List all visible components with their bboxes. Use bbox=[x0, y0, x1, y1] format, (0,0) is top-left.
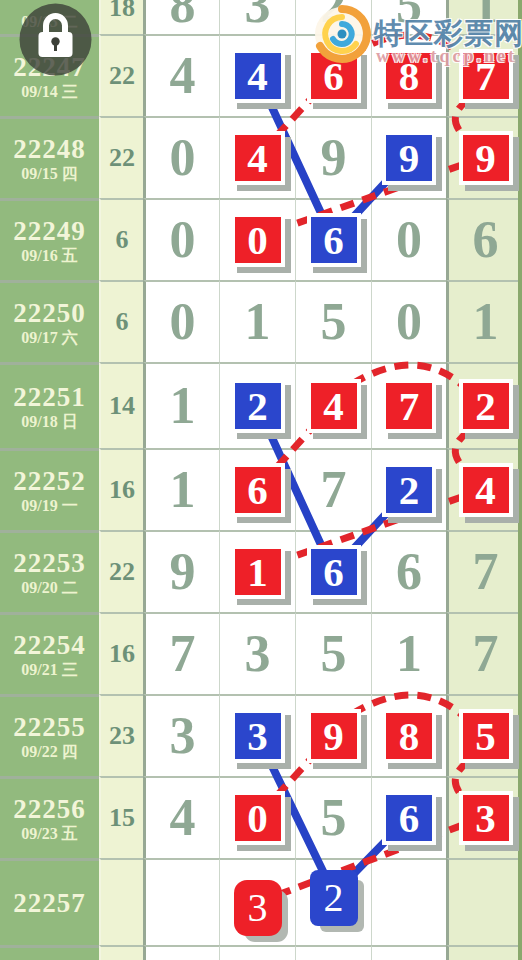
sum-cell: 22 bbox=[99, 34, 143, 116]
digit-cell bbox=[143, 945, 219, 960]
sum-cell: 6 bbox=[99, 198, 143, 280]
period-label: 22251 bbox=[13, 382, 86, 412]
last-col-digit-cell bbox=[446, 858, 522, 945]
digit-cell: 2 bbox=[371, 448, 446, 530]
digit-cell bbox=[371, 858, 446, 945]
last-col-digit-cell: 3 bbox=[446, 776, 522, 858]
blue-marked-digit: 6 bbox=[307, 213, 361, 267]
digit-cell bbox=[371, 945, 446, 960]
period-cell: 2225509/22 四 bbox=[0, 694, 99, 776]
digit-cell: 4 bbox=[295, 362, 371, 448]
period-cell: 2225209/19 一 bbox=[0, 448, 99, 530]
digit-cell: 0 bbox=[143, 280, 219, 362]
last-col-digit-cell: 6 bbox=[446, 198, 522, 280]
digit-cell: 6 bbox=[295, 34, 371, 116]
digit-cell: 0 bbox=[371, 280, 446, 362]
plain-digit: 7 bbox=[473, 626, 499, 682]
digit-cell: 0 bbox=[143, 116, 219, 198]
period-cell: 2225109/18 日 bbox=[0, 362, 99, 448]
digit-cell bbox=[219, 945, 295, 960]
sum-cell: 16 bbox=[99, 612, 143, 694]
red-marked-digit: 7 bbox=[459, 49, 513, 103]
date-label: 09/16 五 bbox=[21, 246, 77, 266]
sum-cell: 16 bbox=[99, 448, 143, 530]
red-marked-digit: 8 bbox=[382, 709, 436, 763]
digit-cell: 6 bbox=[295, 198, 371, 280]
digit-cell: 5 bbox=[371, 0, 446, 34]
right-edge-divider bbox=[518, 0, 522, 960]
plain-digit: 1 bbox=[170, 378, 196, 434]
plain-digit: 4 bbox=[170, 790, 196, 846]
digit-cell: 6 bbox=[371, 776, 446, 858]
blue-predicted-digit: 2 bbox=[310, 870, 358, 926]
plain-digit: 1 bbox=[396, 626, 422, 682]
digit-cell: 7 bbox=[371, 362, 446, 448]
digit-cell: 8 bbox=[371, 694, 446, 776]
sum-cell: 22 bbox=[99, 116, 143, 198]
blue-marked-digit: 9 bbox=[382, 131, 436, 185]
digit-cell: 1 bbox=[371, 612, 446, 694]
blue-marked-digit: 3 bbox=[231, 709, 285, 763]
digit-cell: 1 bbox=[219, 530, 295, 612]
plain-digit: 0 bbox=[396, 294, 422, 350]
red-marked-digit: 3 bbox=[459, 791, 513, 845]
trend-chart-board: 09/13 二18832512224709/14 三22446872224809… bbox=[0, 0, 522, 960]
period-label: 22250 bbox=[13, 298, 86, 328]
period-cell: 2225309/20 二 bbox=[0, 530, 99, 612]
digit-cell: 3 bbox=[219, 858, 295, 945]
last-col-digit-cell: 9 bbox=[446, 116, 522, 198]
plain-digit: 1 bbox=[170, 462, 196, 518]
last-col-digit-cell: 1 bbox=[446, 280, 522, 362]
plain-digit: 7 bbox=[170, 626, 196, 682]
plain-digit: 0 bbox=[170, 294, 196, 350]
plain-digit: 5 bbox=[321, 626, 347, 682]
plain-digit: 9 bbox=[321, 130, 347, 186]
period-label: 22256 bbox=[13, 794, 86, 824]
red-marked-digit: 0 bbox=[231, 213, 285, 267]
plain-digit: 5 bbox=[321, 790, 347, 846]
date-label: 09/19 一 bbox=[21, 496, 77, 516]
sum-cell bbox=[99, 858, 143, 945]
red-marked-digit: 4 bbox=[307, 379, 361, 433]
period-cell: 2225009/17 六 bbox=[0, 280, 99, 362]
plain-digit: 4 bbox=[170, 48, 196, 104]
sum-cell bbox=[99, 945, 143, 960]
last-col-digit-cell: 1 bbox=[446, 0, 522, 34]
blue-marked-digit: 6 bbox=[307, 545, 361, 599]
digit-cell: 4 bbox=[219, 34, 295, 116]
last-col-digit-cell: 2 bbox=[446, 362, 522, 448]
lock-icon bbox=[19, 3, 92, 76]
plain-digit: 7 bbox=[473, 544, 499, 600]
sum-value: 16 bbox=[109, 475, 135, 505]
digit-cell: 4 bbox=[219, 116, 295, 198]
red-marked-digit: 8 bbox=[382, 49, 436, 103]
sum-value: 22 bbox=[109, 143, 135, 173]
plain-digit: 1 bbox=[245, 294, 271, 350]
plain-digit: 5 bbox=[321, 294, 347, 350]
sum-cell: 14 bbox=[99, 362, 143, 448]
period-label: 22255 bbox=[13, 712, 86, 742]
digit-cell: 3 bbox=[143, 694, 219, 776]
sum-value: 14 bbox=[109, 391, 135, 421]
digit-cell: 4 bbox=[143, 776, 219, 858]
date-label: 09/22 四 bbox=[21, 742, 77, 762]
sum-value: 23 bbox=[109, 721, 135, 751]
last-col-digit-cell: 5 bbox=[446, 694, 522, 776]
plain-digit: 9 bbox=[170, 544, 196, 600]
sum-cell: 6 bbox=[99, 280, 143, 362]
digit-cell: 0 bbox=[371, 198, 446, 280]
digit-cell: 3 bbox=[219, 0, 295, 34]
digit-cell: 2 bbox=[219, 362, 295, 448]
digit-cell: 5 bbox=[295, 280, 371, 362]
period-label: 22253 bbox=[13, 548, 86, 578]
last-col-digit-cell bbox=[446, 945, 522, 960]
last-col-digit-cell: 7 bbox=[446, 34, 522, 116]
plain-digit: 6 bbox=[396, 544, 422, 600]
digit-cell: 0 bbox=[219, 198, 295, 280]
digit-cell: 2 bbox=[295, 858, 371, 945]
period-label: 22252 bbox=[13, 466, 86, 496]
date-label: 09/23 五 bbox=[21, 824, 77, 844]
period-cell bbox=[0, 945, 99, 960]
period-label: 22257 bbox=[13, 888, 86, 918]
blue-marked-digit: 2 bbox=[382, 463, 436, 517]
date-label: 09/15 四 bbox=[21, 164, 77, 184]
date-label: 09/17 六 bbox=[21, 328, 77, 348]
sum-value: 16 bbox=[109, 639, 135, 669]
digit-cell: 9 bbox=[371, 116, 446, 198]
digit-cell: 2 bbox=[295, 0, 371, 34]
red-marked-digit: 7 bbox=[382, 379, 436, 433]
red-marked-digit: 0 bbox=[231, 791, 285, 845]
digit-cell: 6 bbox=[295, 530, 371, 612]
digit-cell: 3 bbox=[219, 612, 295, 694]
plain-digit: 0 bbox=[170, 212, 196, 268]
period-cell: 2224809/15 四 bbox=[0, 116, 99, 198]
plain-digit: 3 bbox=[245, 0, 271, 33]
red-marked-digit: 1 bbox=[231, 545, 285, 599]
sum-value: 15 bbox=[109, 803, 135, 833]
red-marked-digit: 5 bbox=[459, 709, 513, 763]
plain-digit: 3 bbox=[245, 626, 271, 682]
last-col-digit-cell: 7 bbox=[446, 530, 522, 612]
digit-cell: 9 bbox=[295, 694, 371, 776]
date-label: 09/14 三 bbox=[21, 82, 77, 102]
period-cell: 2225409/21 三 bbox=[0, 612, 99, 694]
red-marked-digit: 4 bbox=[459, 463, 513, 517]
plain-digit: 5 bbox=[396, 0, 422, 33]
period-label: 22254 bbox=[13, 630, 86, 660]
red-marked-digit: 9 bbox=[307, 709, 361, 763]
period-cell: 2224909/16 五 bbox=[0, 198, 99, 280]
sum-value: 6 bbox=[116, 225, 129, 255]
date-label: 09/21 三 bbox=[21, 660, 77, 680]
digit-cell bbox=[295, 945, 371, 960]
period-label: 22248 bbox=[13, 134, 86, 164]
digit-cell: 0 bbox=[143, 198, 219, 280]
sum-cell: 15 bbox=[99, 776, 143, 858]
plain-digit: 0 bbox=[396, 212, 422, 268]
red-marked-digit: 2 bbox=[459, 379, 513, 433]
digit-cell: 7 bbox=[143, 612, 219, 694]
red-marked-digit: 6 bbox=[231, 463, 285, 517]
red-marked-digit: 9 bbox=[459, 131, 513, 185]
digit-cell: 8 bbox=[371, 34, 446, 116]
digit-cell: 6 bbox=[219, 448, 295, 530]
blue-marked-digit: 2 bbox=[231, 379, 285, 433]
sum-value: 18 bbox=[109, 0, 135, 23]
lock-button[interactable] bbox=[19, 3, 92, 76]
digit-cell: 5 bbox=[295, 776, 371, 858]
blue-marked-digit: 6 bbox=[382, 791, 436, 845]
blue-marked-digit: 4 bbox=[231, 49, 285, 103]
last-col-digit-cell: 4 bbox=[446, 448, 522, 530]
plain-digit: 7 bbox=[321, 462, 347, 518]
plain-digit: 0 bbox=[170, 130, 196, 186]
digit-cell: 5 bbox=[295, 612, 371, 694]
period-label: 22249 bbox=[13, 216, 86, 246]
digit-cell: 1 bbox=[143, 362, 219, 448]
digit-cell: 9 bbox=[143, 530, 219, 612]
plain-digit: 3 bbox=[170, 708, 196, 764]
red-marked-digit: 6 bbox=[307, 49, 361, 103]
sum-value: 22 bbox=[109, 61, 135, 91]
digit-cell: 8 bbox=[143, 0, 219, 34]
digit-cell: 9 bbox=[295, 116, 371, 198]
plain-digit: 6 bbox=[473, 212, 499, 268]
digit-cell: 0 bbox=[219, 776, 295, 858]
red-predicted-digit: 3 bbox=[234, 880, 282, 936]
trend-grid: 09/13 二18832512224709/14 三22446872224809… bbox=[0, 0, 522, 960]
digit-cell: 6 bbox=[371, 530, 446, 612]
plain-digit: 1 bbox=[473, 294, 499, 350]
last-col-digit-cell: 7 bbox=[446, 612, 522, 694]
sum-cell: 22 bbox=[99, 530, 143, 612]
digit-cell: 7 bbox=[295, 448, 371, 530]
red-marked-digit: 4 bbox=[231, 131, 285, 185]
sum-cell: 23 bbox=[99, 694, 143, 776]
date-label: 09/18 日 bbox=[21, 412, 77, 432]
digit-cell: 1 bbox=[143, 448, 219, 530]
digit-cell: 4 bbox=[143, 34, 219, 116]
period-cell: 22257 bbox=[0, 858, 99, 945]
digit-cell: 1 bbox=[219, 280, 295, 362]
plain-digit: 2 bbox=[321, 0, 347, 33]
plain-digit: 1 bbox=[473, 0, 499, 33]
digit-cell bbox=[143, 858, 219, 945]
period-cell: 2225609/23 五 bbox=[0, 776, 99, 858]
date-label: 09/20 二 bbox=[21, 578, 77, 598]
plain-digit: 8 bbox=[170, 0, 196, 33]
sum-cell: 18 bbox=[99, 0, 143, 34]
digit-cell: 3 bbox=[219, 694, 295, 776]
sum-value: 6 bbox=[116, 307, 129, 337]
sum-value: 22 bbox=[109, 557, 135, 587]
